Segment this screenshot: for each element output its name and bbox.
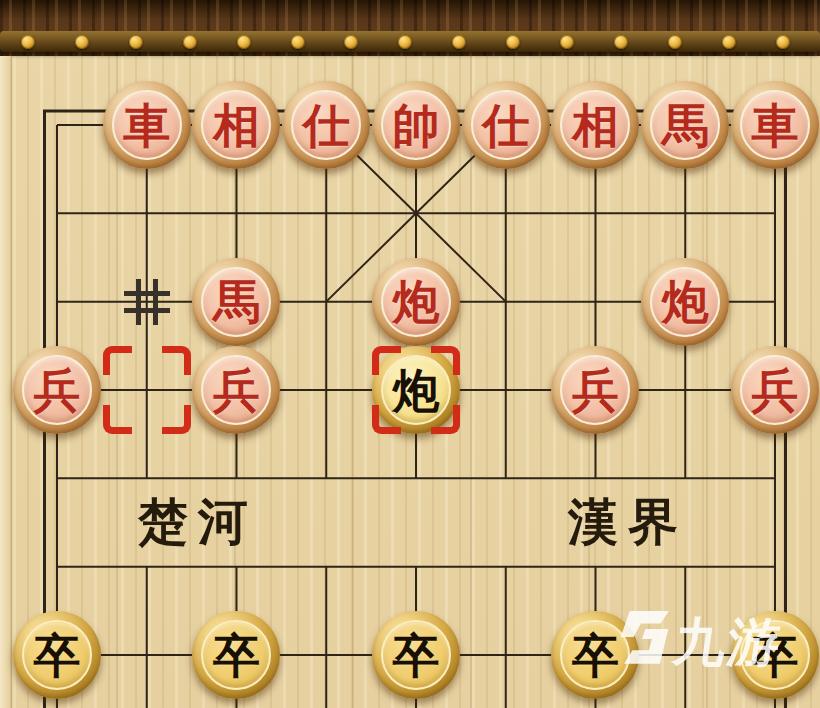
board-point-9-3: 兵 bbox=[730, 346, 820, 434]
board-point-3-3: 兵 bbox=[192, 346, 282, 434]
board-point-7-3: 兵 bbox=[551, 346, 641, 434]
board-point-8-0: 馬 bbox=[640, 81, 730, 169]
piece-character: 卒 bbox=[392, 632, 439, 679]
piece-red-cannon[interactable]: 炮 bbox=[641, 258, 729, 346]
piece-black-soldier[interactable]: 卒 bbox=[551, 611, 639, 699]
board-point-5-6: 卒 bbox=[371, 611, 461, 699]
board-point-4-0: 仕 bbox=[281, 81, 371, 169]
piece-red-horse[interactable]: 馬 bbox=[641, 81, 729, 169]
piece-character: 卒 bbox=[572, 632, 619, 679]
board-point-1-6: 卒 bbox=[12, 611, 102, 699]
board-point-9-6: 卒 bbox=[730, 611, 820, 699]
piece-red-elephant[interactable]: 相 bbox=[551, 81, 639, 169]
board-point-3-2: 馬 bbox=[192, 258, 282, 346]
piece-character: 馬 bbox=[662, 102, 709, 149]
last-move-origin-hash-marker bbox=[124, 279, 170, 325]
piece-character: 炮 bbox=[392, 367, 439, 414]
piece-layer: 車相仕帥仕相馬車馬炮炮兵兵炮兵兵卒卒卒卒卒 bbox=[12, 81, 820, 699]
board-point-7-0: 相 bbox=[551, 81, 641, 169]
piece-red-elephant[interactable]: 相 bbox=[192, 81, 280, 169]
piece-character: 兵 bbox=[213, 367, 260, 414]
board-point-1-3: 兵 bbox=[12, 346, 102, 434]
piece-black-cannon[interactable]: 炮 bbox=[372, 346, 460, 434]
piece-character: 相 bbox=[572, 102, 619, 149]
piece-character: 炮 bbox=[662, 278, 709, 325]
piece-character: 兵 bbox=[751, 367, 798, 414]
xiangqi-board-screenshot: 楚河 漢界 車相仕帥仕相馬車馬炮炮兵兵炮兵兵卒卒卒卒卒 九游 bbox=[0, 0, 820, 708]
board-point-7-6: 卒 bbox=[551, 611, 641, 699]
board-point-2-0: 車 bbox=[102, 81, 192, 169]
piece-character: 炮 bbox=[392, 278, 439, 325]
board-point-9-0: 車 bbox=[730, 81, 820, 169]
piece-red-chariot[interactable]: 車 bbox=[103, 81, 191, 169]
piece-red-general[interactable]: 帥 bbox=[372, 81, 460, 169]
piece-red-soldier[interactable]: 兵 bbox=[731, 346, 819, 434]
board-point-2-2 bbox=[102, 258, 192, 346]
board-point-5-0: 帥 bbox=[371, 81, 461, 169]
piece-black-soldier[interactable]: 卒 bbox=[192, 611, 280, 699]
board-point-6-0: 仕 bbox=[461, 81, 551, 169]
piece-black-soldier[interactable]: 卒 bbox=[372, 611, 460, 699]
piece-character: 兵 bbox=[572, 367, 619, 414]
piece-red-chariot[interactable]: 車 bbox=[731, 81, 819, 169]
piece-red-advisor[interactable]: 仕 bbox=[462, 81, 550, 169]
piece-red-soldier[interactable]: 兵 bbox=[551, 346, 639, 434]
piece-character: 卒 bbox=[751, 632, 798, 679]
piece-character: 馬 bbox=[213, 278, 260, 325]
board-point-3-6: 卒 bbox=[192, 611, 282, 699]
piece-character: 仕 bbox=[303, 102, 350, 149]
piece-character: 相 bbox=[213, 102, 260, 149]
piece-red-soldier[interactable]: 兵 bbox=[13, 346, 101, 434]
piece-character: 卒 bbox=[213, 632, 260, 679]
last-move-bracket-marker bbox=[103, 346, 191, 434]
board-point-8-2: 炮 bbox=[640, 258, 730, 346]
piece-character: 卒 bbox=[33, 632, 80, 679]
piece-character: 車 bbox=[751, 102, 798, 149]
board-point-3-0: 相 bbox=[192, 81, 282, 169]
piece-red-advisor[interactable]: 仕 bbox=[282, 81, 370, 169]
piece-black-soldier[interactable]: 卒 bbox=[731, 611, 819, 699]
piece-black-soldier[interactable]: 卒 bbox=[13, 611, 101, 699]
piece-red-soldier[interactable]: 兵 bbox=[192, 346, 280, 434]
piece-red-cannon[interactable]: 炮 bbox=[372, 258, 460, 346]
piece-character: 仕 bbox=[482, 102, 529, 149]
piece-character: 車 bbox=[123, 102, 170, 149]
board-point-5-2: 炮 bbox=[371, 258, 461, 346]
piece-character: 兵 bbox=[33, 367, 80, 414]
piece-red-horse[interactable]: 馬 bbox=[192, 258, 280, 346]
board-point-2-3 bbox=[102, 346, 192, 434]
piece-character: 帥 bbox=[392, 102, 439, 149]
